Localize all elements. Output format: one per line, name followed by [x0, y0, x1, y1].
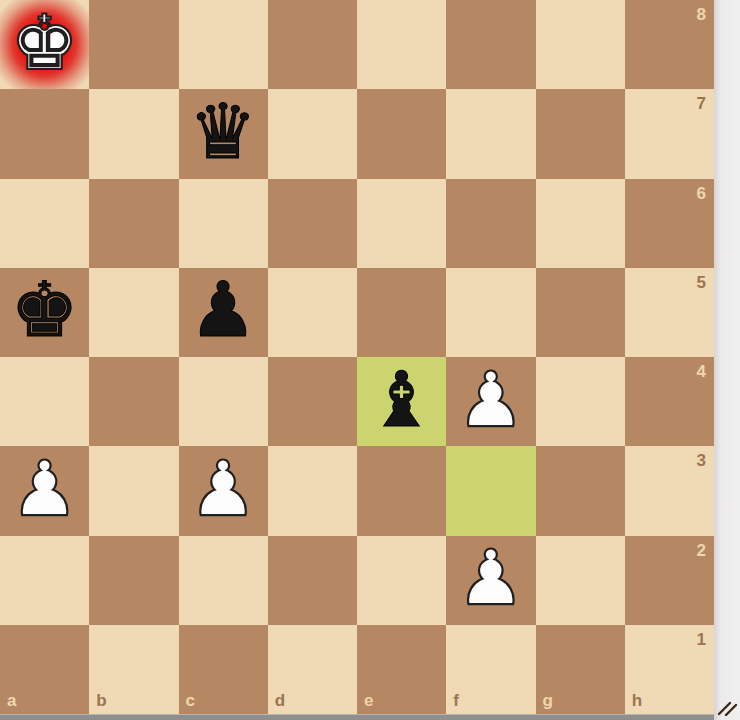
square-a7[interactable] [0, 89, 89, 178]
square-c7[interactable]: ♛ [179, 89, 268, 178]
piece-black-pawn[interactable]: ♟ [189, 272, 257, 348]
square-b1[interactable]: b [89, 625, 178, 714]
piece-white-pawn[interactable]: ♟ [457, 540, 525, 616]
square-a6[interactable] [0, 179, 89, 268]
square-a5[interactable]: ♚ [0, 268, 89, 357]
resize-handle-icon[interactable] [716, 698, 738, 716]
rank-label-3: 3 [697, 452, 706, 469]
square-h2[interactable]: 2 [625, 536, 714, 625]
square-g8[interactable] [536, 0, 625, 89]
square-f5[interactable] [446, 268, 535, 357]
square-h8[interactable]: 8 [625, 0, 714, 89]
rank-label-6: 6 [697, 185, 706, 202]
square-g1[interactable]: g [536, 625, 625, 714]
square-d4[interactable] [268, 357, 357, 446]
square-f2[interactable]: ♟ [446, 536, 535, 625]
file-label-g: g [543, 692, 553, 709]
square-d7[interactable] [268, 89, 357, 178]
square-f3[interactable] [446, 446, 535, 535]
piece-white-pawn[interactable]: ♟ [11, 451, 79, 527]
square-c5[interactable]: ♟ [179, 268, 268, 357]
square-h4[interactable]: 4 [625, 357, 714, 446]
square-f1[interactable]: f [446, 625, 535, 714]
piece-black-queen[interactable]: ♛ [189, 94, 257, 170]
file-label-c: c [186, 692, 195, 709]
square-b3[interactable] [89, 446, 178, 535]
square-h3[interactable]: 3 [625, 446, 714, 535]
square-a3[interactable]: ♟ [0, 446, 89, 535]
square-e3[interactable] [357, 446, 446, 535]
square-b6[interactable] [89, 179, 178, 268]
square-e5[interactable] [357, 268, 446, 357]
square-g6[interactable] [536, 179, 625, 268]
square-c8[interactable] [179, 0, 268, 89]
piece-black-bishop[interactable]: ♝ [368, 362, 436, 438]
page: ♚8♛76♚♟5♝♟4♟♟3♟2abcdefgh1 [0, 0, 740, 720]
file-label-d: d [275, 692, 285, 709]
piece-white-pawn[interactable]: ♟ [189, 451, 257, 527]
rank-label-5: 5 [697, 274, 706, 291]
square-b7[interactable] [89, 89, 178, 178]
square-f8[interactable] [446, 0, 535, 89]
square-b4[interactable] [89, 357, 178, 446]
square-e1[interactable]: e [357, 625, 446, 714]
file-label-b: b [96, 692, 106, 709]
square-c1[interactable]: c [179, 625, 268, 714]
file-label-f: f [453, 692, 459, 709]
square-c2[interactable] [179, 536, 268, 625]
square-d3[interactable] [268, 446, 357, 535]
board-bottom-edge [0, 714, 714, 720]
square-d2[interactable] [268, 536, 357, 625]
square-b5[interactable] [89, 268, 178, 357]
square-a2[interactable] [0, 536, 89, 625]
square-h1[interactable]: h1 [625, 625, 714, 714]
square-h6[interactable]: 6 [625, 179, 714, 268]
piece-white-pawn[interactable]: ♟ [457, 362, 525, 438]
square-g2[interactable] [536, 536, 625, 625]
square-d8[interactable] [268, 0, 357, 89]
piece-white-king[interactable]: ♚ [11, 5, 79, 81]
square-f6[interactable] [446, 179, 535, 268]
file-label-e: e [364, 692, 373, 709]
rank-label-2: 2 [697, 542, 706, 559]
square-a1[interactable]: a [0, 625, 89, 714]
chess-board: ♚8♛76♚♟5♝♟4♟♟3♟2abcdefgh1 [0, 0, 714, 714]
square-g3[interactable] [536, 446, 625, 535]
square-f7[interactable] [446, 89, 535, 178]
rank-label-7: 7 [697, 95, 706, 112]
square-h5[interactable]: 5 [625, 268, 714, 357]
square-a8[interactable]: ♚ [0, 0, 89, 89]
square-a4[interactable] [0, 357, 89, 446]
rank-label-8: 8 [697, 6, 706, 23]
square-f4[interactable]: ♟ [446, 357, 535, 446]
square-e2[interactable] [357, 536, 446, 625]
square-e8[interactable] [357, 0, 446, 89]
file-label-a: a [7, 692, 16, 709]
square-c6[interactable] [179, 179, 268, 268]
square-c3[interactable]: ♟ [179, 446, 268, 535]
file-label-h: h [632, 692, 642, 709]
rank-label-4: 4 [697, 363, 706, 380]
square-g5[interactable] [536, 268, 625, 357]
square-g7[interactable] [536, 89, 625, 178]
piece-black-king[interactable]: ♚ [11, 272, 79, 348]
square-h7[interactable]: 7 [625, 89, 714, 178]
square-b8[interactable] [89, 0, 178, 89]
square-b2[interactable] [89, 536, 178, 625]
square-e7[interactable] [357, 89, 446, 178]
square-d5[interactable] [268, 268, 357, 357]
square-e6[interactable] [357, 179, 446, 268]
square-c4[interactable] [179, 357, 268, 446]
page-right-strip [714, 0, 740, 720]
square-d6[interactable] [268, 179, 357, 268]
square-d1[interactable]: d [268, 625, 357, 714]
rank-label-1: 1 [697, 631, 706, 648]
square-e4[interactable]: ♝ [357, 357, 446, 446]
square-g4[interactable] [536, 357, 625, 446]
